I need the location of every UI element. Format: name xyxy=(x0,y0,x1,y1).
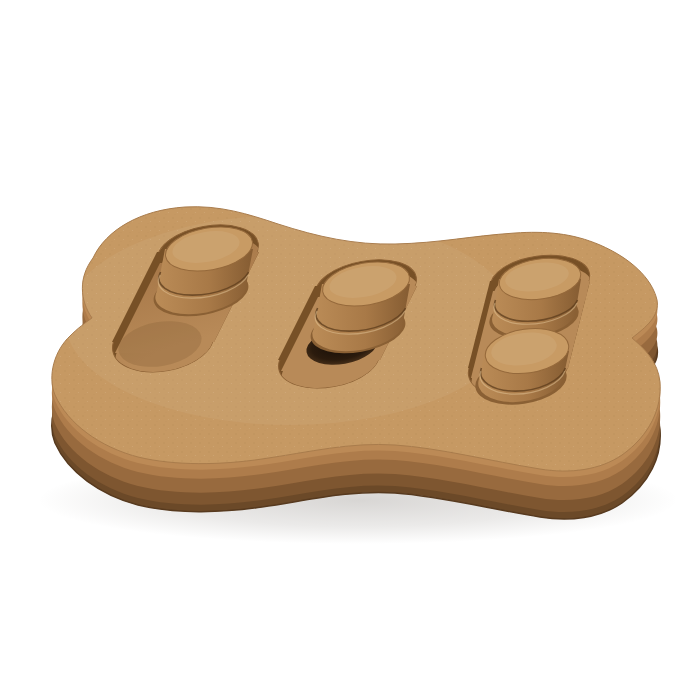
product-photo-canvas xyxy=(0,0,700,700)
product-photo xyxy=(0,0,700,700)
